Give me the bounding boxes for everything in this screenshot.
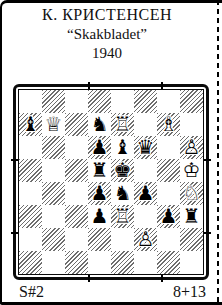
square-a7: ♝ xyxy=(19,113,42,136)
black-knight: ♞ xyxy=(114,182,132,205)
square-c4 xyxy=(65,182,88,205)
square-a5 xyxy=(19,159,42,182)
column-crop-dashed-line xyxy=(217,0,219,305)
frame-tick xyxy=(88,275,90,282)
black-knight: ♞ xyxy=(91,113,109,136)
square-a8 xyxy=(19,90,42,113)
white-bishop: ♗ xyxy=(160,113,178,136)
square-b4 xyxy=(42,182,65,205)
square-c3 xyxy=(65,205,88,228)
square-h2 xyxy=(180,228,203,251)
square-g6 xyxy=(157,136,180,159)
black-bishop: ♝ xyxy=(22,113,40,136)
square-b6 xyxy=(42,136,65,159)
square-h3: ♜ xyxy=(180,205,203,228)
square-e2 xyxy=(111,228,134,251)
black-pawn: ♟ xyxy=(160,205,178,228)
square-e8 xyxy=(111,90,134,113)
square-g5 xyxy=(157,159,180,182)
square-b2 xyxy=(42,228,65,251)
black-pawn: ♟ xyxy=(91,182,109,205)
white-king: ♔ xyxy=(183,159,201,182)
square-f1 xyxy=(134,251,157,274)
square-e5: ♚ xyxy=(111,159,134,182)
square-h5: ♔ xyxy=(180,159,203,182)
square-d4: ♟ xyxy=(88,182,111,205)
square-c5 xyxy=(65,159,88,182)
square-b3 xyxy=(42,205,65,228)
black-rook: ♜ xyxy=(183,205,201,228)
square-e1 xyxy=(111,251,134,274)
square-h8 xyxy=(180,90,203,113)
square-c1 xyxy=(65,251,88,274)
square-e4: ♞ xyxy=(111,182,134,205)
square-f4: ♟ xyxy=(134,182,157,205)
square-a6 xyxy=(19,136,42,159)
square-h4: ♘ xyxy=(180,182,203,205)
square-f5 xyxy=(134,159,157,182)
square-g4 xyxy=(157,182,180,205)
square-a4 xyxy=(19,182,42,205)
diagram-caption: S#2 8+13 xyxy=(19,283,206,301)
square-c7 xyxy=(65,113,88,136)
square-h6: ♙ xyxy=(180,136,203,159)
author-name: К. КРИСТЕНСЕН xyxy=(2,5,212,25)
material-count-label: 8+13 xyxy=(173,283,206,301)
publication-source: “Skakbladet” xyxy=(2,25,212,44)
square-c6 xyxy=(65,136,88,159)
white-knight: ♘ xyxy=(183,182,201,205)
frame-tick xyxy=(204,232,211,234)
square-g3: ♟ xyxy=(157,205,180,228)
square-a1 xyxy=(19,251,42,274)
square-b8 xyxy=(42,90,65,113)
square-b5 xyxy=(42,159,65,182)
square-d6: ♟ xyxy=(88,136,111,159)
publication-year: 1940 xyxy=(2,44,212,63)
square-d7: ♞ xyxy=(88,113,111,136)
black-pawn: ♟ xyxy=(137,182,155,205)
square-b1 xyxy=(42,251,65,274)
black-pawn: ♟ xyxy=(91,205,109,228)
black-bishop: ♝ xyxy=(114,136,132,159)
square-f3 xyxy=(134,205,157,228)
square-d2 xyxy=(88,228,111,251)
square-e7: ♖ xyxy=(111,113,134,136)
square-c2 xyxy=(65,228,88,251)
white-pawn: ♙ xyxy=(137,228,155,251)
black-pawn: ♟ xyxy=(91,136,109,159)
chessboard-inner-border: ♝♕♞♖♗♟♝♛♙♜♚♔♟♞♟♘♟♖♟♜♙ xyxy=(18,89,204,275)
square-f7 xyxy=(134,113,157,136)
square-g2 xyxy=(157,228,180,251)
square-a2 xyxy=(19,228,42,251)
frame-tick xyxy=(11,232,18,234)
square-b7: ♕ xyxy=(42,113,65,136)
square-e6: ♝ xyxy=(111,136,134,159)
square-g8 xyxy=(157,90,180,113)
white-pawn: ♙ xyxy=(183,136,201,159)
square-g1 xyxy=(157,251,180,274)
square-h1 xyxy=(180,251,203,274)
square-c8 xyxy=(65,90,88,113)
frame-tick xyxy=(204,159,211,161)
stipulation-label: S#2 xyxy=(19,283,44,301)
black-king: ♚ xyxy=(114,159,132,182)
chessboard-frame: ♝♕♞♖♗♟♝♛♙♜♚♔♟♞♟♘♟♖♟♜♙ xyxy=(13,84,209,280)
frame-tick xyxy=(161,82,163,89)
black-queen: ♛ xyxy=(137,136,155,159)
white-queen: ♕ xyxy=(45,113,63,136)
square-d8 xyxy=(88,90,111,113)
black-rook: ♜ xyxy=(91,159,109,182)
problem-header: К. КРИСТЕНСЕН “Skakbladet” 1940 xyxy=(2,5,212,63)
square-d5: ♜ xyxy=(88,159,111,182)
frame-tick xyxy=(11,159,18,161)
square-f2: ♙ xyxy=(134,228,157,251)
square-e3: ♖ xyxy=(111,205,134,228)
square-d1 xyxy=(88,251,111,274)
frame-tick xyxy=(88,82,90,89)
square-h7 xyxy=(180,113,203,136)
square-d3: ♟ xyxy=(88,205,111,228)
frame-tick xyxy=(161,275,163,282)
square-f6: ♛ xyxy=(134,136,157,159)
square-a3 xyxy=(19,205,42,228)
square-g7: ♗ xyxy=(157,113,180,136)
scanned-page-fragment: К. КРИСТЕНСЕН “Skakbladet” 1940 ♝♕♞♖♗♟♝♛… xyxy=(0,0,222,305)
square-f8 xyxy=(134,90,157,113)
white-rook: ♖ xyxy=(114,205,132,228)
chessboard: ♝♕♞♖♗♟♝♛♙♜♚♔♟♞♟♘♟♖♟♜♙ xyxy=(19,90,203,274)
white-rook: ♖ xyxy=(114,113,132,136)
